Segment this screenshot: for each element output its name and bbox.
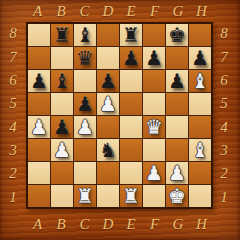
file-labels-bottom: ABCDEFGH	[26, 209, 213, 240]
rank-labels-left: 87654321	[0, 22, 26, 209]
black-rook[interactable]: ♜	[122, 24, 140, 46]
rank-label-1: 1	[0, 186, 26, 209]
square-e2[interactable]	[120, 162, 142, 184]
rank-label-7: 7	[0, 45, 26, 68]
black-queen[interactable]: ♛	[76, 47, 94, 69]
board-border: ♜♝♜♚♛♟♟♟♟♝♟♟♝♟♟♟♟♟♛♟♞♝♟♟♜♜♚	[26, 22, 213, 209]
square-c4[interactable]: ♟	[74, 116, 96, 138]
rank-label-8: 8	[213, 22, 235, 45]
file-label-f: F	[143, 209, 166, 240]
rank-labels-right: 87654321	[213, 22, 235, 209]
file-label-h: H	[190, 0, 213, 22]
square-c3[interactable]	[74, 139, 96, 161]
square-f7[interactable]: ♟	[143, 47, 165, 69]
square-a6[interactable]: ♟	[28, 70, 50, 92]
black-knight[interactable]: ♞	[99, 139, 117, 161]
square-h2[interactable]	[189, 162, 211, 184]
square-f1[interactable]	[143, 185, 165, 207]
rank-label-8: 8	[0, 22, 26, 45]
file-label-f: F	[143, 0, 166, 22]
file-label-c: C	[73, 0, 96, 22]
square-e6[interactable]	[120, 70, 142, 92]
square-h4[interactable]	[189, 116, 211, 138]
rank-label-4: 4	[0, 116, 26, 139]
square-d2[interactable]	[97, 162, 119, 184]
square-h1[interactable]	[189, 185, 211, 207]
white-queen[interactable]: ♛	[145, 116, 163, 138]
square-g5[interactable]	[166, 93, 188, 115]
square-c8[interactable]: ♝	[74, 24, 96, 46]
rank-label-5: 5	[213, 92, 235, 115]
white-rook[interactable]: ♜	[76, 185, 94, 207]
square-b7[interactable]	[51, 47, 73, 69]
white-pawn[interactable]: ♟	[76, 116, 94, 138]
square-e3[interactable]	[120, 139, 142, 161]
square-c6[interactable]	[74, 70, 96, 92]
square-d6[interactable]: ♟	[97, 70, 119, 92]
square-d3[interactable]: ♞	[97, 139, 119, 161]
rank-label-3: 3	[0, 139, 26, 162]
rank-label-6: 6	[0, 69, 26, 92]
square-b6[interactable]: ♝	[51, 70, 73, 92]
black-bishop[interactable]: ♝	[76, 24, 94, 46]
square-h8[interactable]	[189, 24, 211, 46]
square-g6[interactable]: ♟	[166, 70, 188, 92]
square-e1[interactable]: ♜	[120, 185, 142, 207]
rank-label-4: 4	[213, 116, 235, 139]
black-king[interactable]: ♚	[168, 24, 186, 46]
chess-board: ♜♝♜♚♛♟♟♟♟♝♟♟♝♟♟♟♟♟♛♟♞♝♟♟♜♜♚	[28, 24, 211, 207]
file-label-g: G	[166, 209, 189, 240]
black-rook[interactable]: ♜	[53, 24, 71, 46]
square-d8[interactable]	[97, 24, 119, 46]
black-bishop[interactable]: ♝	[53, 70, 71, 92]
rank-label-1: 1	[213, 186, 235, 209]
black-pawn[interactable]: ♟	[145, 47, 163, 69]
square-a5[interactable]	[28, 93, 50, 115]
file-label-d: D	[96, 209, 119, 240]
black-pawn[interactable]: ♟	[99, 70, 117, 92]
square-a8[interactable]	[28, 24, 50, 46]
square-g8[interactable]: ♚	[166, 24, 188, 46]
white-pawn[interactable]: ♟	[99, 93, 117, 115]
file-label-e: E	[120, 209, 143, 240]
black-pawn[interactable]: ♟	[76, 93, 94, 115]
square-b2[interactable]	[51, 162, 73, 184]
square-b1[interactable]	[51, 185, 73, 207]
file-label-a: A	[26, 0, 49, 22]
rank-label-2: 2	[0, 162, 26, 185]
white-pawn[interactable]: ♟	[30, 116, 48, 138]
square-h6[interactable]: ♝	[189, 70, 211, 92]
square-g4[interactable]	[166, 116, 188, 138]
file-label-d: D	[96, 0, 119, 22]
file-labels-top: ABCDEFGH	[26, 0, 213, 22]
square-h7[interactable]: ♟	[189, 47, 211, 69]
black-pawn[interactable]: ♟	[122, 47, 140, 69]
black-pawn[interactable]: ♟	[53, 116, 71, 138]
white-bishop[interactable]: ♝	[191, 139, 209, 161]
square-a3[interactable]	[28, 139, 50, 161]
square-f3[interactable]	[143, 139, 165, 161]
square-f8[interactable]	[143, 24, 165, 46]
square-a7[interactable]	[28, 47, 50, 69]
file-label-e: E	[120, 0, 143, 22]
square-e4[interactable]	[120, 116, 142, 138]
square-h5[interactable]	[189, 93, 211, 115]
square-b4[interactable]: ♟	[51, 116, 73, 138]
rank-label-2: 2	[213, 162, 235, 185]
black-pawn[interactable]: ♟	[168, 70, 186, 92]
black-pawn[interactable]: ♟	[191, 47, 209, 69]
square-b3[interactable]: ♟	[51, 139, 73, 161]
white-pawn[interactable]: ♟	[53, 139, 71, 161]
file-label-c: C	[73, 209, 96, 240]
square-d4[interactable]	[97, 116, 119, 138]
square-c1[interactable]: ♜	[74, 185, 96, 207]
rank-label-6: 6	[213, 69, 235, 92]
square-g1[interactable]: ♚	[166, 185, 188, 207]
rank-label-5: 5	[0, 92, 26, 115]
square-a1[interactable]	[28, 185, 50, 207]
file-label-g: G	[166, 0, 189, 22]
rank-label-3: 3	[213, 139, 235, 162]
file-label-h: H	[190, 209, 213, 240]
square-b8[interactable]: ♜	[51, 24, 73, 46]
square-c5[interactable]: ♟	[74, 93, 96, 115]
square-g3[interactable]	[166, 139, 188, 161]
square-g2[interactable]: ♟	[166, 162, 188, 184]
square-a2[interactable]	[28, 162, 50, 184]
square-c7[interactable]: ♛	[74, 47, 96, 69]
square-g7[interactable]	[166, 47, 188, 69]
square-c2[interactable]	[74, 162, 96, 184]
file-label-b: B	[49, 209, 72, 240]
square-b5[interactable]	[51, 93, 73, 115]
square-d1[interactable]	[97, 185, 119, 207]
square-e8[interactable]: ♜	[120, 24, 142, 46]
black-pawn[interactable]: ♟	[30, 70, 48, 92]
white-king[interactable]: ♚	[168, 185, 186, 207]
square-f2[interactable]: ♟	[143, 162, 165, 184]
square-e7[interactable]: ♟	[120, 47, 142, 69]
square-e5[interactable]	[120, 93, 142, 115]
white-pawn[interactable]: ♟	[168, 162, 186, 184]
square-a4[interactable]: ♟	[28, 116, 50, 138]
square-f4[interactable]: ♛	[143, 116, 165, 138]
file-label-a: A	[26, 209, 49, 240]
rank-label-7: 7	[213, 45, 235, 68]
square-d5[interactable]: ♟	[97, 93, 119, 115]
square-d7[interactable]	[97, 47, 119, 69]
white-pawn[interactable]: ♟	[145, 162, 163, 184]
file-label-b: B	[49, 0, 72, 22]
square-h3[interactable]: ♝	[189, 139, 211, 161]
square-f5[interactable]	[143, 93, 165, 115]
chess-board-frame: ABCDEFGH ABCDEFGH 87654321 87654321 ♜♝♜♚…	[0, 0, 240, 240]
white-bishop[interactable]: ♝	[191, 70, 209, 92]
square-f6[interactable]	[143, 70, 165, 92]
white-rook[interactable]: ♜	[122, 185, 140, 207]
